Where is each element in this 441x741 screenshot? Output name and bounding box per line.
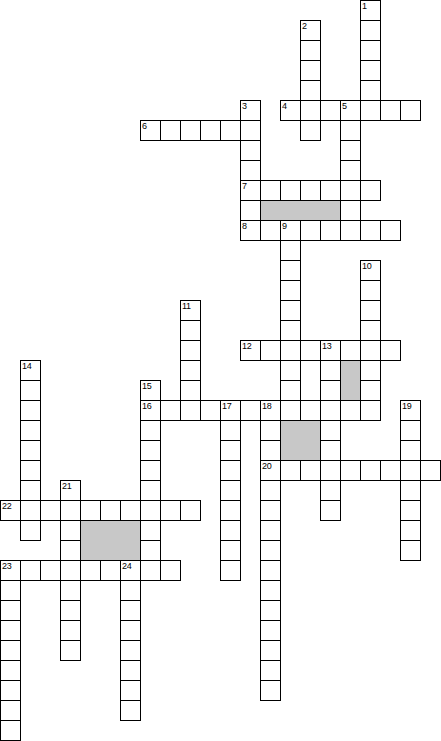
clue-number-9: 9 xyxy=(282,221,287,231)
answer-cell-r14c14[interactable] xyxy=(280,280,301,301)
answer-cell-r21c20[interactable] xyxy=(400,420,421,441)
answer-cell-r19c18[interactable] xyxy=(360,380,381,401)
answer-cell-r10c12[interactable] xyxy=(240,200,261,221)
answer-cell-r19c1[interactable] xyxy=(20,380,41,401)
answer-cell-r26c3[interactable] xyxy=(60,520,81,541)
answer-cell-r21c13[interactable] xyxy=(260,420,281,441)
answer-cell-r23c21[interactable] xyxy=(420,460,441,481)
answer-cell-r26c1[interactable] xyxy=(20,520,41,541)
answer-cell-r17c17[interactable] xyxy=(340,340,361,361)
shaded-cell-r10c13 xyxy=(260,200,281,221)
answer-cell-r23c16[interactable] xyxy=(320,460,341,481)
answer-cell-r15c9[interactable]: 11 xyxy=(180,300,201,321)
answer-cell-r2c18[interactable] xyxy=(360,40,381,61)
clue-number-15: 15 xyxy=(142,381,151,391)
answer-cell-r27c3[interactable] xyxy=(60,540,81,561)
answer-cell-r25c1[interactable] xyxy=(20,500,41,521)
answer-cell-r17c19[interactable] xyxy=(380,340,401,361)
answer-cell-r30c3[interactable] xyxy=(60,600,81,621)
answer-cell-r24c20[interactable] xyxy=(400,480,421,501)
answer-cell-r4c18[interactable] xyxy=(360,80,381,101)
answer-cell-r32c0[interactable] xyxy=(0,640,21,661)
answer-cell-r9c12[interactable]: 7 xyxy=(240,180,261,201)
clue-number-5: 5 xyxy=(342,101,347,111)
answer-cell-r28c4[interactable] xyxy=(80,560,101,581)
answer-cell-r0c18[interactable]: 1 xyxy=(360,0,381,21)
answer-cell-r21c16[interactable] xyxy=(320,420,341,441)
answer-cell-r15c18[interactable] xyxy=(360,300,381,321)
answer-cell-r33c13[interactable] xyxy=(260,660,281,681)
answer-cell-r15c14[interactable] xyxy=(280,300,301,321)
answer-cell-r6c12[interactable] xyxy=(240,120,261,141)
clue-number-2: 2 xyxy=(302,21,307,31)
answer-cell-r5c15[interactable] xyxy=(300,100,321,121)
answer-cell-r6c9[interactable] xyxy=(180,120,201,141)
answer-cell-r28c5[interactable] xyxy=(100,560,121,581)
answer-cell-r20c18[interactable] xyxy=(360,400,381,421)
answer-cell-r24c13[interactable] xyxy=(260,480,281,501)
answer-cell-r28c7[interactable] xyxy=(140,560,161,581)
shaded-cell-r27c4 xyxy=(80,540,101,561)
answer-cell-r17c15[interactable] xyxy=(300,340,321,361)
answer-cell-r28c1[interactable] xyxy=(20,560,41,581)
answer-cell-r20c16[interactable] xyxy=(320,400,341,421)
answer-cell-r25c8[interactable] xyxy=(160,500,181,521)
answer-cell-r27c20[interactable] xyxy=(400,540,421,561)
answer-cell-r36c0[interactable] xyxy=(0,720,21,741)
answer-cell-r20c17[interactable] xyxy=(340,400,361,421)
answer-cell-r25c3[interactable] xyxy=(60,500,81,521)
answer-cell-r7c17[interactable] xyxy=(340,140,361,161)
answer-cell-r23c13[interactable]: 20 xyxy=(260,460,281,481)
answer-cell-r5c19[interactable] xyxy=(380,100,401,121)
answer-cell-r25c7[interactable] xyxy=(140,500,161,521)
answer-cell-r14c18[interactable] xyxy=(360,280,381,301)
answer-cell-r9c16[interactable] xyxy=(320,180,341,201)
answer-cell-r28c3[interactable] xyxy=(60,560,81,581)
answer-cell-r5c14[interactable]: 4 xyxy=(280,100,301,121)
answer-cell-r20c15[interactable] xyxy=(300,400,321,421)
answer-cell-r25c2[interactable] xyxy=(40,500,61,521)
answer-cell-r6c8[interactable] xyxy=(160,120,181,141)
answer-cell-r26c11[interactable] xyxy=(220,520,241,541)
clue-number-13: 13 xyxy=(322,341,331,351)
answer-cell-r30c6[interactable] xyxy=(120,600,141,621)
clue-number-22: 22 xyxy=(2,501,11,511)
answer-cell-r19c16[interactable] xyxy=(320,380,341,401)
answer-cell-r10c17[interactable] xyxy=(340,200,361,221)
answer-cell-r11c18[interactable] xyxy=(360,220,381,241)
answer-cell-r32c13[interactable] xyxy=(260,640,281,661)
clue-number-21: 21 xyxy=(62,481,71,491)
answer-cell-r20c11[interactable]: 17 xyxy=(220,400,241,421)
answer-cell-r25c4[interactable] xyxy=(80,500,101,521)
clue-number-16: 16 xyxy=(142,401,151,411)
answer-cell-r25c0[interactable]: 22 xyxy=(0,500,21,521)
answer-cell-r22c13[interactable] xyxy=(260,440,281,461)
clue-number-18: 18 xyxy=(262,401,271,411)
answer-cell-r3c15[interactable] xyxy=(300,60,321,81)
answer-cell-r12c14[interactable] xyxy=(280,240,301,261)
answer-cell-r6c7[interactable]: 6 xyxy=(140,120,161,141)
answer-cell-r9c13[interactable] xyxy=(260,180,281,201)
answer-cell-r2c15[interactable] xyxy=(300,40,321,61)
answer-cell-r23c17[interactable] xyxy=(340,460,361,481)
answer-cell-r18c14[interactable] xyxy=(280,360,301,381)
answer-cell-r27c13[interactable] xyxy=(260,540,281,561)
answer-cell-r20c14[interactable] xyxy=(280,400,301,421)
answer-cell-r19c14[interactable] xyxy=(280,380,301,401)
answer-cell-r21c11[interactable] xyxy=(220,420,241,441)
answer-cell-r8c17[interactable] xyxy=(340,160,361,181)
answer-cell-r6c17[interactable] xyxy=(340,120,361,141)
answer-cell-r17c13[interactable] xyxy=(260,340,281,361)
answer-cell-r3c18[interactable] xyxy=(360,60,381,81)
answer-cell-r22c1[interactable] xyxy=(20,440,41,461)
answer-cell-r33c6[interactable] xyxy=(120,660,141,681)
clue-number-20: 20 xyxy=(262,461,271,471)
answer-cell-r21c7[interactable] xyxy=(140,420,161,441)
answer-cell-r20c1[interactable] xyxy=(20,400,41,421)
answer-cell-r6c15[interactable] xyxy=(300,120,321,141)
answer-cell-r26c7[interactable] xyxy=(140,520,161,541)
answer-cell-r34c13[interactable] xyxy=(260,680,281,701)
answer-cell-r6c11[interactable] xyxy=(220,120,241,141)
answer-cell-r18c18[interactable] xyxy=(360,360,381,381)
answer-cell-r25c9[interactable] xyxy=(180,500,201,521)
answer-cell-r20c9[interactable] xyxy=(180,400,201,421)
answer-cell-r24c11[interactable] xyxy=(220,480,241,501)
answer-cell-r24c16[interactable] xyxy=(320,480,341,501)
answer-cell-r35c6[interactable] xyxy=(120,700,141,721)
answer-cell-r18c9[interactable] xyxy=(180,360,201,381)
answer-cell-r28c2[interactable] xyxy=(40,560,61,581)
answer-cell-r22c11[interactable] xyxy=(220,440,241,461)
answer-cell-r11c15[interactable] xyxy=(300,220,321,241)
answer-cell-r27c11[interactable] xyxy=(220,540,241,561)
clue-number-19: 19 xyxy=(402,401,411,411)
clue-number-1: 1 xyxy=(362,1,367,11)
clue-number-6: 6 xyxy=(142,121,147,131)
answer-cell-r23c18[interactable] xyxy=(360,460,381,481)
answer-cell-r22c16[interactable] xyxy=(320,440,341,461)
answer-cell-r23c7[interactable] xyxy=(140,460,161,481)
answer-cell-r23c20[interactable] xyxy=(400,460,421,481)
shaded-cell-r22c14 xyxy=(280,440,301,461)
shaded-cell-r10c15 xyxy=(300,200,321,221)
answer-cell-r23c11[interactable] xyxy=(220,460,241,481)
answer-cell-r6c10[interactable] xyxy=(200,120,221,141)
answer-cell-r27c7[interactable] xyxy=(140,540,161,561)
answer-cell-r5c12[interactable]: 3 xyxy=(240,100,261,121)
shaded-cell-r21c14 xyxy=(280,420,301,441)
clue-number-24: 24 xyxy=(122,561,131,571)
shaded-cell-r27c6 xyxy=(120,540,141,561)
answer-cell-r29c13[interactable] xyxy=(260,580,281,601)
answer-cell-r1c15[interactable]: 2 xyxy=(300,20,321,41)
answer-cell-r25c5[interactable] xyxy=(100,500,121,521)
answer-cell-r7c12[interactable] xyxy=(240,140,261,161)
shaded-cell-r26c5 xyxy=(100,520,121,541)
answer-cell-r16c9[interactable] xyxy=(180,320,201,341)
answer-cell-r13c14[interactable] xyxy=(280,260,301,281)
answer-cell-r28c11[interactable] xyxy=(220,560,241,581)
answer-cell-r20c13[interactable]: 18 xyxy=(260,400,281,421)
answer-cell-r9c17[interactable] xyxy=(340,180,361,201)
answer-cell-r22c7[interactable] xyxy=(140,440,161,461)
answer-cell-r30c0[interactable] xyxy=(0,600,21,621)
answer-cell-r32c6[interactable] xyxy=(120,640,141,661)
answer-cell-r29c3[interactable] xyxy=(60,580,81,601)
shaded-cell-r18c17 xyxy=(340,360,361,381)
clue-number-17: 17 xyxy=(222,401,231,411)
answer-cell-r11c14[interactable]: 9 xyxy=(280,220,301,241)
answer-cell-r9c18[interactable] xyxy=(360,180,381,201)
answer-cell-r21c1[interactable] xyxy=(20,420,41,441)
answer-cell-r23c1[interactable] xyxy=(20,460,41,481)
answer-cell-r24c7[interactable] xyxy=(140,480,161,501)
answer-cell-r18c1[interactable]: 14 xyxy=(20,360,41,381)
answer-cell-r25c11[interactable] xyxy=(220,500,241,521)
clue-number-12: 12 xyxy=(242,341,251,351)
shaded-cell-r26c4 xyxy=(80,520,101,541)
answer-cell-r9c15[interactable] xyxy=(300,180,321,201)
clue-number-7: 7 xyxy=(242,181,247,191)
answer-cell-r11c12[interactable]: 8 xyxy=(240,220,261,241)
answer-cell-r17c12[interactable]: 12 xyxy=(240,340,261,361)
answer-cell-r17c18[interactable] xyxy=(360,340,381,361)
answer-cell-r28c6[interactable]: 24 xyxy=(120,560,141,581)
clue-number-8: 8 xyxy=(242,221,247,231)
answer-cell-r18c16[interactable] xyxy=(320,360,341,381)
answer-cell-r35c0[interactable] xyxy=(0,700,21,721)
answer-cell-r17c9[interactable] xyxy=(180,340,201,361)
answer-cell-r13c18[interactable]: 10 xyxy=(360,260,381,281)
answer-cell-r16c14[interactable] xyxy=(280,320,301,341)
shaded-cell-r26c6 xyxy=(120,520,141,541)
clue-number-23: 23 xyxy=(2,561,11,571)
crossword-page: 123456789101112131415161718192021222324 xyxy=(0,0,441,741)
answer-cell-r1c18[interactable] xyxy=(360,20,381,41)
clue-number-11: 11 xyxy=(182,301,191,311)
shaded-cell-r10c16 xyxy=(320,200,341,221)
answer-cell-r20c7[interactable]: 16 xyxy=(140,400,161,421)
clue-number-4: 4 xyxy=(282,101,287,111)
answer-cell-r29c6[interactable] xyxy=(120,580,141,601)
answer-cell-r28c0[interactable]: 23 xyxy=(0,560,21,581)
answer-cell-r23c14[interactable] xyxy=(280,460,301,481)
shaded-cell-r10c14 xyxy=(280,200,301,221)
answer-cell-r23c19[interactable] xyxy=(380,460,401,481)
answer-cell-r25c6[interactable] xyxy=(120,500,141,521)
answer-cell-r11c16[interactable] xyxy=(320,220,341,241)
answer-cell-r32c3[interactable] xyxy=(60,640,81,661)
answer-cell-r17c16[interactable]: 13 xyxy=(320,340,341,361)
answer-cell-r19c7[interactable]: 15 xyxy=(140,380,161,401)
answer-cell-r31c6[interactable] xyxy=(120,620,141,641)
answer-cell-r5c17[interactable]: 5 xyxy=(340,100,361,121)
crossword-grid: 123456789101112131415161718192021222324 xyxy=(0,0,441,741)
answer-cell-r28c13[interactable] xyxy=(260,560,281,581)
answer-cell-r17c14[interactable] xyxy=(280,340,301,361)
answer-cell-r16c18[interactable] xyxy=(360,320,381,341)
shaded-cell-r21c15 xyxy=(300,420,321,441)
answer-cell-r31c3[interactable] xyxy=(60,620,81,641)
answer-cell-r5c18[interactable] xyxy=(360,100,381,121)
answer-cell-r31c13[interactable] xyxy=(260,620,281,641)
answer-cell-r23c15[interactable] xyxy=(300,460,321,481)
answer-cell-r26c20[interactable] xyxy=(400,520,421,541)
answer-cell-r25c20[interactable] xyxy=(400,500,421,521)
answer-cell-r29c0[interactable] xyxy=(0,580,21,601)
answer-cell-r34c6[interactable] xyxy=(120,680,141,701)
clue-number-3: 3 xyxy=(242,101,247,111)
answer-cell-r31c0[interactable] xyxy=(0,620,21,641)
answer-cell-r33c0[interactable] xyxy=(0,660,21,681)
answer-cell-r8c12[interactable] xyxy=(240,160,261,181)
answer-cell-r20c12[interactable] xyxy=(240,400,261,421)
answer-cell-r24c1[interactable] xyxy=(20,480,41,501)
answer-cell-r25c16[interactable] xyxy=(320,500,341,521)
answer-cell-r28c8[interactable] xyxy=(160,560,181,581)
answer-cell-r4c15[interactable] xyxy=(300,80,321,101)
answer-cell-r11c13[interactable] xyxy=(260,220,281,241)
answer-cell-r11c19[interactable] xyxy=(380,220,401,241)
answer-cell-r11c17[interactable] xyxy=(340,220,361,241)
answer-cell-r20c10[interactable] xyxy=(200,400,221,421)
answer-cell-r34c0[interactable] xyxy=(0,680,21,701)
answer-cell-r19c9[interactable] xyxy=(180,380,201,401)
answer-cell-r5c16[interactable] xyxy=(320,100,341,121)
answer-cell-r9c14[interactable] xyxy=(280,180,301,201)
clue-number-14: 14 xyxy=(22,361,31,371)
shaded-cell-r22c15 xyxy=(300,440,321,461)
answer-cell-r25c13[interactable] xyxy=(260,500,281,521)
answer-cell-r26c13[interactable] xyxy=(260,520,281,541)
answer-cell-r20c20[interactable]: 19 xyxy=(400,400,421,421)
answer-cell-r20c8[interactable] xyxy=(160,400,181,421)
clue-number-10: 10 xyxy=(362,261,371,271)
answer-cell-r24c3[interactable]: 21 xyxy=(60,480,81,501)
answer-cell-r22c20[interactable] xyxy=(400,440,421,461)
answer-cell-r5c20[interactable] xyxy=(400,100,421,121)
shaded-cell-r27c5 xyxy=(100,540,121,561)
shaded-cell-r19c17 xyxy=(340,380,361,401)
answer-cell-r30c13[interactable] xyxy=(260,600,281,621)
